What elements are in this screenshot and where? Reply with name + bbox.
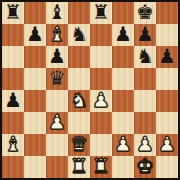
square-d8[interactable]: [68, 2, 90, 24]
square-a7[interactable]: [2, 24, 24, 46]
square-c7[interactable]: ♝: [46, 24, 68, 46]
black-bishop: ♝: [48, 1, 66, 23]
square-e6[interactable]: [90, 46, 112, 68]
square-d6[interactable]: [68, 46, 90, 68]
square-a4[interactable]: ♟: [2, 90, 24, 112]
black-knight: ♞: [70, 23, 88, 45]
square-c2[interactable]: [46, 134, 68, 156]
square-c4[interactable]: [46, 90, 68, 112]
square-d1[interactable]: ♜: [68, 156, 90, 178]
square-d7[interactable]: ♞: [68, 24, 90, 46]
black-pawn: ♟: [114, 23, 132, 45]
square-a6[interactable]: [2, 46, 24, 68]
square-b7[interactable]: ♟: [24, 24, 46, 46]
square-e2[interactable]: [90, 134, 112, 156]
square-b6[interactable]: [24, 46, 46, 68]
white-pawn: ♟: [158, 133, 176, 155]
black-pawn: ♟: [26, 23, 44, 45]
white-pawn: ♟: [48, 111, 66, 133]
square-a1[interactable]: [2, 156, 24, 178]
black-king: ♚: [136, 1, 154, 23]
square-a5[interactable]: [2, 68, 24, 90]
white-knight: ♞: [70, 89, 88, 111]
square-d2[interactable]: ♛: [68, 134, 90, 156]
square-c8[interactable]: ♝: [46, 2, 68, 24]
white-king: ♚: [136, 155, 154, 177]
square-b2[interactable]: [24, 134, 46, 156]
white-pawn: ♟: [136, 133, 154, 155]
square-a3[interactable]: [2, 112, 24, 134]
square-a2[interactable]: ♝: [2, 134, 24, 156]
square-h1[interactable]: [156, 156, 178, 178]
black-pawn: ♟: [158, 45, 176, 67]
square-f6[interactable]: [112, 46, 134, 68]
square-g8[interactable]: ♚: [134, 2, 156, 24]
square-e1[interactable]: ♜: [90, 156, 112, 178]
square-g2[interactable]: ♟: [134, 134, 156, 156]
square-a8[interactable]: ♜: [2, 2, 24, 24]
black-queen: ♛: [48, 67, 66, 89]
square-f3[interactable]: [112, 112, 134, 134]
square-f7[interactable]: ♟: [112, 24, 134, 46]
square-f8[interactable]: [112, 2, 134, 24]
square-g7[interactable]: ♟: [134, 24, 156, 46]
square-b3[interactable]: [24, 112, 46, 134]
square-g1[interactable]: ♚: [134, 156, 156, 178]
square-f2[interactable]: ♟: [112, 134, 134, 156]
square-h8[interactable]: [156, 2, 178, 24]
white-pawn: ♟: [92, 89, 110, 111]
square-c6[interactable]: ♟: [46, 46, 68, 68]
black-knight: ♞: [136, 45, 154, 67]
square-f5[interactable]: [112, 68, 134, 90]
black-rook: ♜: [4, 1, 22, 23]
square-e3[interactable]: [90, 112, 112, 134]
square-d3[interactable]: [68, 112, 90, 134]
square-c5[interactable]: ♛: [46, 68, 68, 90]
square-g4[interactable]: [134, 90, 156, 112]
white-rook: ♜: [92, 155, 110, 177]
black-rook: ♜: [92, 1, 110, 23]
white-bishop: ♝: [48, 23, 66, 45]
white-pawn: ♟: [114, 133, 132, 155]
square-c1[interactable]: [46, 156, 68, 178]
square-h4[interactable]: [156, 90, 178, 112]
square-h2[interactable]: ♟: [156, 134, 178, 156]
square-h6[interactable]: ♟: [156, 46, 178, 68]
square-b4[interactable]: [24, 90, 46, 112]
square-h3[interactable]: [156, 112, 178, 134]
black-pawn: ♟: [136, 23, 154, 45]
square-d5[interactable]: [68, 68, 90, 90]
square-e5[interactable]: [90, 68, 112, 90]
square-h7[interactable]: [156, 24, 178, 46]
square-g5[interactable]: [134, 68, 156, 90]
square-c3[interactable]: ♟: [46, 112, 68, 134]
black-pawn: ♟: [4, 89, 22, 111]
square-f4[interactable]: [112, 90, 134, 112]
square-h5[interactable]: [156, 68, 178, 90]
white-rook: ♜: [70, 155, 88, 177]
chess-board: ♜♝♜♚♟♝♞♟♟♟♞♟♛♟♞♟♟♝♛♟♟♟♜♜♚: [2, 2, 178, 178]
square-d4[interactable]: ♞: [68, 90, 90, 112]
square-f1[interactable]: [112, 156, 134, 178]
square-g6[interactable]: ♞: [134, 46, 156, 68]
square-b8[interactable]: [24, 2, 46, 24]
square-g3[interactable]: [134, 112, 156, 134]
square-b1[interactable]: [24, 156, 46, 178]
square-e7[interactable]: [90, 24, 112, 46]
white-bishop: ♝: [4, 133, 22, 155]
square-b5[interactable]: [24, 68, 46, 90]
black-pawn: ♟: [48, 45, 66, 67]
chess-board-frame: ♜♝♜♚♟♝♞♟♟♟♞♟♛♟♞♟♟♝♛♟♟♟♜♜♚: [0, 0, 180, 180]
square-e4[interactable]: ♟: [90, 90, 112, 112]
white-queen: ♛: [70, 133, 88, 155]
square-e8[interactable]: ♜: [90, 2, 112, 24]
